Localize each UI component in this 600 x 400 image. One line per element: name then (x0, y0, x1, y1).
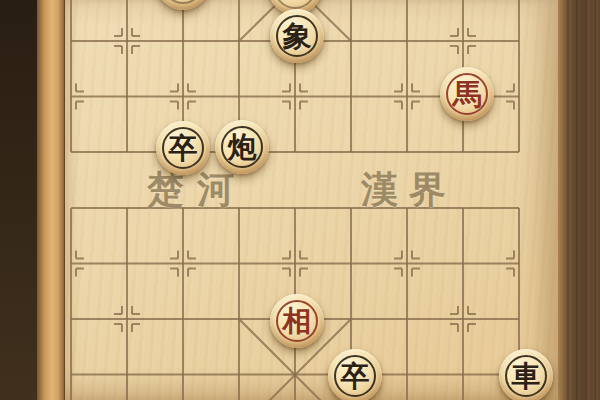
piece-red-elephant-e7[interactable]: 相 (270, 294, 324, 348)
piece-red-horse-h3[interactable]: 馬 (440, 67, 494, 121)
piece-black-cannon-d4[interactable]: 炮 (215, 120, 269, 174)
xiangqi-game-screenshot: 楚河 漢界 象馬卒炮相卒車 (0, 0, 600, 400)
piece-character: 卒 (328, 349, 382, 400)
piece-character: 卒 (156, 121, 210, 175)
piece-character: 炮 (215, 120, 269, 174)
piece-character: 相 (270, 294, 324, 348)
piece-character: 象 (270, 9, 324, 63)
piece-character: 車 (499, 349, 553, 400)
pieces-layer: 象馬卒炮相卒車 (0, 0, 600, 400)
piece-black-soldier-c4[interactable]: 卒 (156, 121, 210, 175)
piece-character: 馬 (440, 67, 494, 121)
piece-black-chariot-i8[interactable]: 車 (499, 349, 553, 400)
piece-unknown-unknown-c1[interactable] (156, 0, 210, 10)
piece-character (156, 0, 210, 10)
piece-black-elephant-e2[interactable]: 象 (270, 9, 324, 63)
piece-black-soldier-f8[interactable]: 卒 (328, 349, 382, 400)
